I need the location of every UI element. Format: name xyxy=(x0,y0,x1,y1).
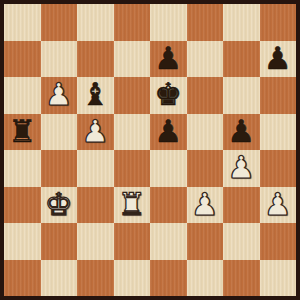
square-a1[interactable] xyxy=(4,260,41,297)
square-g1[interactable] xyxy=(223,260,260,297)
chess-board: ♟♟♟♝♚♜♟♟♟♟♚♜♟♟ xyxy=(4,4,296,296)
black-king-piece[interactable]: ♚ xyxy=(154,77,182,112)
square-c3[interactable] xyxy=(77,187,114,224)
square-d5[interactable] xyxy=(114,114,151,151)
square-h3[interactable]: ♟ xyxy=(260,187,297,224)
square-a6[interactable] xyxy=(4,77,41,114)
white-pawn-piece[interactable]: ♟ xyxy=(45,77,73,112)
square-f3[interactable]: ♟ xyxy=(187,187,224,224)
square-g2[interactable] xyxy=(223,223,260,260)
square-b1[interactable] xyxy=(41,260,78,297)
square-d1[interactable] xyxy=(114,260,151,297)
square-c4[interactable] xyxy=(77,150,114,187)
square-f7[interactable] xyxy=(187,41,224,78)
square-h4[interactable] xyxy=(260,150,297,187)
square-a7[interactable] xyxy=(4,41,41,78)
white-pawn-piece[interactable]: ♟ xyxy=(81,114,109,149)
square-e1[interactable] xyxy=(150,260,187,297)
square-d8[interactable] xyxy=(114,4,151,41)
square-f1[interactable] xyxy=(187,260,224,297)
black-rook-piece[interactable]: ♜ xyxy=(8,114,36,149)
square-h5[interactable] xyxy=(260,114,297,151)
square-e7[interactable]: ♟ xyxy=(150,41,187,78)
square-g7[interactable] xyxy=(223,41,260,78)
white-pawn-piece[interactable]: ♟ xyxy=(227,150,255,185)
square-e5[interactable]: ♟ xyxy=(150,114,187,151)
square-a2[interactable] xyxy=(4,223,41,260)
square-h6[interactable] xyxy=(260,77,297,114)
square-c7[interactable] xyxy=(77,41,114,78)
square-d3[interactable]: ♜ xyxy=(114,187,151,224)
square-f5[interactable] xyxy=(187,114,224,151)
square-a4[interactable] xyxy=(4,150,41,187)
board-frame: ♟♟♟♝♚♜♟♟♟♟♚♜♟♟ xyxy=(0,0,300,300)
square-b3[interactable]: ♚ xyxy=(41,187,78,224)
square-e8[interactable] xyxy=(150,4,187,41)
black-pawn-piece[interactable]: ♟ xyxy=(154,114,182,149)
square-h7[interactable]: ♟ xyxy=(260,41,297,78)
square-e6[interactable]: ♚ xyxy=(150,77,187,114)
square-c1[interactable] xyxy=(77,260,114,297)
square-f2[interactable] xyxy=(187,223,224,260)
square-e3[interactable] xyxy=(150,187,187,224)
square-g6[interactable] xyxy=(223,77,260,114)
square-b4[interactable] xyxy=(41,150,78,187)
square-a5[interactable]: ♜ xyxy=(4,114,41,151)
square-f4[interactable] xyxy=(187,150,224,187)
square-b2[interactable] xyxy=(41,223,78,260)
square-c5[interactable]: ♟ xyxy=(77,114,114,151)
white-pawn-piece[interactable]: ♟ xyxy=(191,187,219,222)
square-f6[interactable] xyxy=(187,77,224,114)
square-c8[interactable] xyxy=(77,4,114,41)
square-a3[interactable] xyxy=(4,187,41,224)
black-pawn-piece[interactable]: ♟ xyxy=(264,41,292,76)
square-d7[interactable] xyxy=(114,41,151,78)
white-king-piece[interactable]: ♚ xyxy=(45,187,73,222)
square-d2[interactable] xyxy=(114,223,151,260)
square-e2[interactable] xyxy=(150,223,187,260)
square-g4[interactable]: ♟ xyxy=(223,150,260,187)
white-rook-piece[interactable]: ♜ xyxy=(118,187,146,222)
square-e4[interactable] xyxy=(150,150,187,187)
square-b8[interactable] xyxy=(41,4,78,41)
square-b7[interactable] xyxy=(41,41,78,78)
square-b6[interactable]: ♟ xyxy=(41,77,78,114)
square-g3[interactable] xyxy=(223,187,260,224)
square-d4[interactable] xyxy=(114,150,151,187)
black-bishop-piece[interactable]: ♝ xyxy=(81,77,109,112)
black-pawn-piece[interactable]: ♟ xyxy=(154,41,182,76)
white-pawn-piece[interactable]: ♟ xyxy=(264,187,292,222)
square-f8[interactable] xyxy=(187,4,224,41)
square-h2[interactable] xyxy=(260,223,297,260)
square-a8[interactable] xyxy=(4,4,41,41)
black-pawn-piece[interactable]: ♟ xyxy=(227,114,255,149)
square-b5[interactable] xyxy=(41,114,78,151)
square-g5[interactable]: ♟ xyxy=(223,114,260,151)
square-c2[interactable] xyxy=(77,223,114,260)
square-h8[interactable] xyxy=(260,4,297,41)
square-c6[interactable]: ♝ xyxy=(77,77,114,114)
square-g8[interactable] xyxy=(223,4,260,41)
square-d6[interactable] xyxy=(114,77,151,114)
square-h1[interactable] xyxy=(260,260,297,297)
